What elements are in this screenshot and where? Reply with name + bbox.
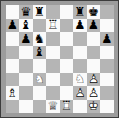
piece-black-pawn: ♟ xyxy=(100,32,114,46)
piece-white-pawn: ♟♙ xyxy=(73,86,87,100)
square-e3[interactable] xyxy=(60,73,74,87)
square-h2[interactable] xyxy=(100,86,114,100)
square-e5[interactable] xyxy=(60,46,74,60)
square-d6[interactable] xyxy=(46,32,60,46)
square-a7[interactable]: ♟ xyxy=(6,19,20,33)
square-b2[interactable] xyxy=(19,86,33,100)
square-d3[interactable] xyxy=(46,73,60,87)
piece-black-pawn: ♟ xyxy=(19,32,33,46)
square-d4[interactable] xyxy=(46,59,60,73)
piece-white-king: ♚♔ xyxy=(87,100,101,114)
square-c5[interactable]: ♝ xyxy=(33,46,47,60)
white-piece-outline: ♕ xyxy=(46,100,60,114)
square-h1[interactable] xyxy=(100,100,114,114)
white-piece-outline: ♖ xyxy=(46,19,60,33)
square-g6[interactable] xyxy=(87,32,101,46)
square-g1[interactable]: ♚♔ xyxy=(87,100,101,114)
square-b4[interactable] xyxy=(19,59,33,73)
square-c8[interactable]: ♜ xyxy=(33,5,47,19)
square-b3[interactable] xyxy=(19,73,33,87)
piece-black-rook: ♜ xyxy=(33,5,47,19)
square-f5[interactable] xyxy=(73,46,87,60)
square-h4[interactable] xyxy=(100,59,114,73)
square-a5[interactable] xyxy=(6,46,20,60)
square-e4[interactable] xyxy=(60,59,74,73)
piece-black-pawn: ♟ xyxy=(73,19,87,33)
piece-black-pawn: ♟ xyxy=(87,19,101,33)
piece-white-queen: ♛♕ xyxy=(46,100,60,114)
square-a3[interactable] xyxy=(6,73,20,87)
square-b5[interactable] xyxy=(19,46,33,60)
piece-black-bishop: ♝ xyxy=(19,19,33,33)
square-h3[interactable] xyxy=(100,73,114,87)
white-piece-outline: ♖ xyxy=(60,100,74,114)
white-piece-outline: ♗ xyxy=(6,86,20,100)
square-a1[interactable] xyxy=(6,100,20,114)
piece-white-bishop: ♝♗ xyxy=(6,86,20,100)
square-d7[interactable]: ♜♖ xyxy=(46,19,60,33)
square-b6[interactable]: ♟ xyxy=(19,32,33,46)
square-e6[interactable] xyxy=(60,32,74,46)
square-e1[interactable]: ♜♖ xyxy=(60,100,74,114)
piece-black-pawn: ♟ xyxy=(6,19,20,33)
square-h8[interactable] xyxy=(100,5,114,19)
white-piece-outline: ♘ xyxy=(33,73,47,87)
square-h5[interactable] xyxy=(100,46,114,60)
white-piece-outline: ♙ xyxy=(87,73,101,87)
square-g5[interactable] xyxy=(87,46,101,60)
square-f2[interactable]: ♟♙ xyxy=(73,86,87,100)
square-f7[interactable]: ♟ xyxy=(73,19,87,33)
square-d1[interactable]: ♛♕ xyxy=(46,100,60,114)
square-f1[interactable] xyxy=(73,100,87,114)
square-h7[interactable] xyxy=(100,19,114,33)
piece-white-knight: ♞♘ xyxy=(33,73,47,87)
square-e7[interactable] xyxy=(60,19,74,33)
square-f6[interactable] xyxy=(73,32,87,46)
square-a2[interactable]: ♝♗ xyxy=(6,86,20,100)
chess-board: ♛♜♜♚♟♝♜♖♟♟♟♞♟♝♞♘♞♘♟♙♝♗♟♙♟♙♛♕♜♖♚♔ xyxy=(6,5,114,113)
square-e8[interactable] xyxy=(60,5,74,19)
white-piece-outline: ♔ xyxy=(87,100,101,114)
square-c7[interactable] xyxy=(33,19,47,33)
square-h6[interactable]: ♟ xyxy=(100,32,114,46)
piece-white-rook: ♜♖ xyxy=(46,19,60,33)
piece-white-knight: ♞♘ xyxy=(73,73,87,87)
square-a6[interactable] xyxy=(6,32,20,46)
square-d5[interactable] xyxy=(46,46,60,60)
square-g7[interactable]: ♟ xyxy=(87,19,101,33)
square-c2[interactable] xyxy=(33,86,47,100)
square-b1[interactable] xyxy=(19,100,33,114)
white-piece-outline: ♘ xyxy=(73,73,87,87)
square-g3[interactable]: ♟♙ xyxy=(87,73,101,87)
square-a4[interactable] xyxy=(6,59,20,73)
piece-white-rook: ♜♖ xyxy=(60,100,74,114)
piece-white-pawn: ♟♙ xyxy=(87,73,101,87)
white-piece-outline: ♙ xyxy=(73,86,87,100)
piece-black-bishop: ♝ xyxy=(33,46,47,60)
square-f3[interactable]: ♞♘ xyxy=(73,73,87,87)
square-b7[interactable]: ♝ xyxy=(19,19,33,33)
square-c1[interactable] xyxy=(33,100,47,114)
chess-board-frame: ♛♜♜♚♟♝♜♖♟♟♟♞♟♝♞♘♞♘♟♙♝♗♟♙♟♙♛♕♜♖♚♔ xyxy=(0,0,119,118)
square-c3[interactable]: ♞♘ xyxy=(33,73,47,87)
